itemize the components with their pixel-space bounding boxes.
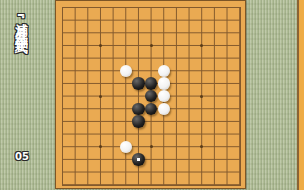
black-stone (145, 77, 157, 89)
right-edge-strip (297, 0, 304, 190)
lesson-title-vertical: 『浦月』基础定式 (8, 9, 35, 33)
black-stone (132, 77, 144, 89)
black-stone (132, 103, 144, 115)
white-stone (120, 65, 132, 77)
star-point (99, 44, 102, 47)
white-stone (120, 141, 132, 153)
go-app-frame: 『浦月』基础定式 05 (0, 0, 304, 190)
star-point (150, 44, 153, 47)
black-stone (132, 153, 144, 165)
white-stone (158, 65, 170, 77)
black-stone (132, 115, 144, 127)
star-point (200, 145, 203, 148)
black-stone (145, 90, 157, 102)
go-board[interactable] (55, 0, 246, 189)
star-point (99, 95, 102, 98)
star-point (99, 145, 102, 148)
white-stone (158, 77, 170, 89)
black-stone (145, 103, 157, 115)
lesson-number: 05 (10, 151, 34, 162)
board-grid[interactable] (62, 7, 240, 185)
star-point (200, 44, 203, 47)
star-point (150, 145, 153, 148)
last-move-marker (137, 158, 141, 162)
star-point (200, 95, 203, 98)
white-stone (158, 103, 170, 115)
white-stone (158, 90, 170, 102)
